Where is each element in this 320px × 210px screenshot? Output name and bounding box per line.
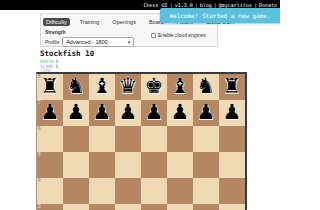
square-h8[interactable]: ♜ — [219, 74, 245, 100]
square-d3[interactable] — [115, 204, 141, 210]
square-e7[interactable]: ♟ — [141, 100, 167, 126]
square-a7[interactable]: 7♟ — [37, 100, 63, 126]
square-e8[interactable]: ♚ — [141, 74, 167, 100]
square-f4[interactable] — [167, 178, 193, 204]
piece-k[interactable]: ♚ — [141, 74, 167, 100]
toast-notification[interactable]: Welcome! Started a new game. — [160, 8, 280, 23]
square-h6[interactable] — [219, 126, 245, 152]
rank-coordinate: 3 — [38, 204, 41, 209]
square-e6[interactable] — [141, 126, 167, 152]
engine-name: Stockfish 10 — [40, 49, 94, 58]
chess-board: 8♜♞♝♛♚♝♞♜7♟♟♟♟♟♟♟♟65432♙♙♙♙♙♙♙♙1♖♘♗♕♔♗♘♖ — [36, 72, 247, 210]
profile-label: Profile — [45, 39, 59, 45]
piece-b[interactable]: ♝ — [89, 74, 115, 100]
square-a5[interactable]: 5 — [37, 152, 63, 178]
square-c4[interactable] — [89, 178, 115, 204]
cloud-engines-label: Enable cloud engines — [158, 32, 206, 38]
square-d8[interactable]: ♛ — [115, 74, 141, 100]
tab-training[interactable]: Training — [77, 18, 103, 26]
piece-r[interactable]: ♜ — [219, 74, 245, 100]
square-c5[interactable] — [89, 152, 115, 178]
toast-message: Welcome! Started a new game. — [169, 12, 270, 19]
piece-q[interactable]: ♛ — [115, 74, 141, 100]
square-g6[interactable] — [193, 126, 219, 152]
square-h4[interactable] — [219, 178, 245, 204]
square-d5[interactable] — [115, 152, 141, 178]
rank-coordinate: 4 — [38, 178, 41, 183]
square-h5[interactable] — [219, 152, 245, 178]
piece-p[interactable]: ♟ — [167, 100, 193, 126]
square-g5[interactable] — [193, 152, 219, 178]
square-d7[interactable]: ♟ — [115, 100, 141, 126]
profile-select[interactable]: Advanced - 1800 ▾ — [62, 37, 134, 47]
square-c6[interactable] — [89, 126, 115, 152]
square-f6[interactable] — [167, 126, 193, 152]
square-c8[interactable]: ♝ — [89, 74, 115, 100]
square-g4[interactable] — [193, 178, 219, 204]
square-b4[interactable] — [63, 178, 89, 204]
score-value: 1 — [56, 64, 59, 69]
cloud-engines-checkbox[interactable] — [151, 33, 156, 38]
square-a6[interactable]: 6 — [37, 126, 63, 152]
square-h7[interactable]: ♟ — [219, 100, 245, 126]
square-b5[interactable] — [63, 152, 89, 178]
piece-r[interactable]: ♜ — [37, 74, 63, 100]
square-e4[interactable] — [141, 178, 167, 204]
piece-p[interactable]: ♟ — [219, 100, 245, 126]
piece-p[interactable]: ♟ — [115, 100, 141, 126]
square-d4[interactable] — [115, 178, 141, 204]
rank-coordinate: 6 — [38, 126, 41, 131]
engine-readout: Stockfish 10 DEPTH1 SCORE1 TIME — [40, 49, 94, 74]
square-d6[interactable] — [115, 126, 141, 152]
chevron-down-icon: ▾ — [128, 39, 131, 45]
rank-coordinate: 5 — [38, 152, 41, 157]
square-h3[interactable] — [219, 204, 245, 210]
difficulty-panel-content: Strength Profile Advanced - 1800 ▾ Enabl… — [41, 27, 217, 47]
square-e3[interactable] — [141, 204, 167, 210]
square-a4[interactable]: 4 — [37, 178, 63, 204]
square-f8[interactable]: ♝ — [167, 74, 193, 100]
square-c3[interactable] — [89, 204, 115, 210]
piece-b[interactable]: ♝ — [167, 74, 193, 100]
square-e5[interactable] — [141, 152, 167, 178]
tab-openings[interactable]: Openings — [109, 18, 139, 26]
piece-p[interactable]: ♟ — [141, 100, 167, 126]
piece-n[interactable]: ♞ — [63, 74, 89, 100]
square-c7[interactable]: ♟ — [89, 100, 115, 126]
square-b7[interactable]: ♟ — [63, 100, 89, 126]
square-b6[interactable] — [63, 126, 89, 152]
square-a8[interactable]: 8♜ — [37, 74, 63, 100]
piece-p[interactable]: ♟ — [89, 100, 115, 126]
piece-p[interactable]: ♟ — [37, 100, 63, 126]
tab-difficulty[interactable]: Difficulty — [43, 18, 70, 26]
piece-n[interactable]: ♞ — [193, 74, 219, 100]
square-g7[interactable]: ♟ — [193, 100, 219, 126]
square-g8[interactable]: ♞ — [193, 74, 219, 100]
square-f7[interactable]: ♟ — [167, 100, 193, 126]
square-a3[interactable]: 3 — [37, 204, 63, 210]
square-b3[interactable] — [63, 204, 89, 210]
profile-select-value: Advanced - 1800 — [66, 39, 108, 45]
piece-p[interactable]: ♟ — [193, 100, 219, 126]
square-g3[interactable] — [193, 204, 219, 210]
piece-p[interactable]: ♟ — [63, 100, 89, 126]
square-f5[interactable] — [167, 152, 193, 178]
square-b8[interactable]: ♞ — [63, 74, 89, 100]
square-f3[interactable] — [167, 204, 193, 210]
time-label: TIME — [40, 68, 51, 73]
